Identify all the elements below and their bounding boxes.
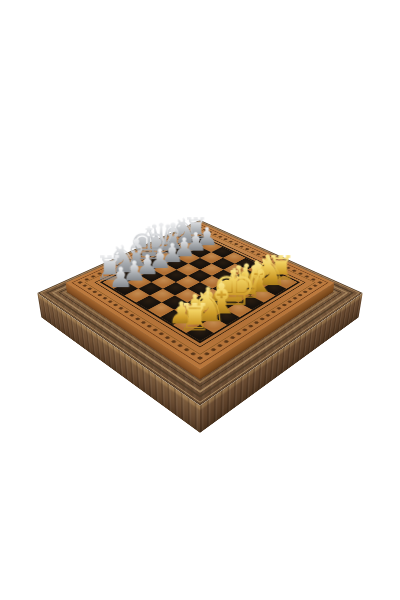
piece-gold-rook: ♜ <box>170 298 219 336</box>
chess-set-scene: ♜♟♟♜♞♟♟♞♝♟♟♝♛♟♟♛♚♟♟♚♝♟♟♝♞♟♟♞♜♟♟♜ <box>0 0 400 600</box>
chess-set: ♜♟♟♜♞♟♟♞♝♟♟♝♛♟♟♛♚♟♟♚♝♟♟♝♞♟♟♞♜♟♟♜ <box>37 220 362 406</box>
product-photo-backdrop: ♜♟♟♜♞♟♟♞♝♟♟♝♛♟♟♛♚♟♟♚♝♟♟♝♞♟♟♞♜♟♟♜ <box>0 0 400 600</box>
piece-silver-pawn: ♟ <box>98 263 142 291</box>
